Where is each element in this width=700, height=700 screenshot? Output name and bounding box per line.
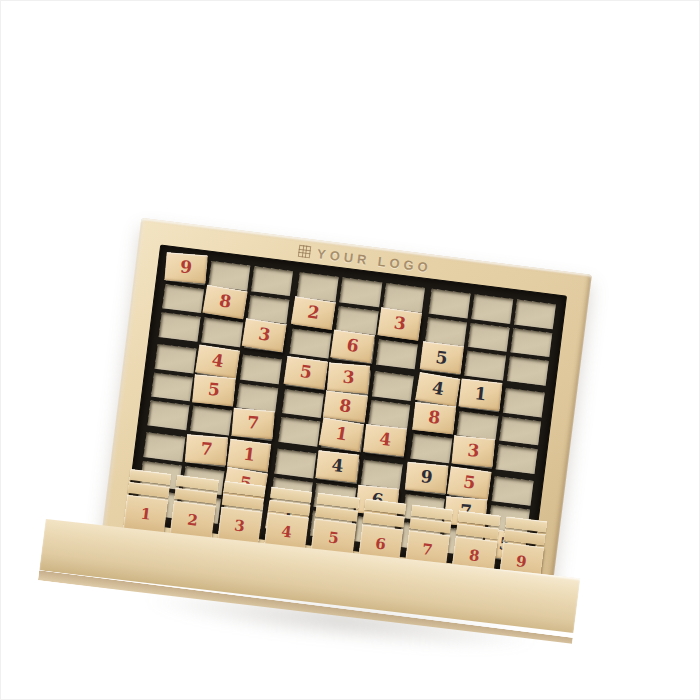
number-tile-3[interactable]: 3 xyxy=(242,319,287,353)
cell-r4c6[interactable] xyxy=(372,371,414,400)
number-tile-4[interactable]: 4 xyxy=(363,424,407,456)
cell-r3c1[interactable] xyxy=(159,312,201,341)
cell-r6c7[interactable] xyxy=(410,434,452,463)
cell-r4c4[interactable]: 5 xyxy=(286,360,328,389)
sudoku-box-3: 5 xyxy=(421,289,556,386)
number-tile-6[interactable]: 6 xyxy=(331,330,376,363)
cell-r2c4[interactable]: 2 xyxy=(294,301,336,330)
cell-r7c2[interactable]: 7 xyxy=(186,438,228,467)
cell-r1c1[interactable]: 9 xyxy=(166,256,208,285)
cell-r3c2[interactable] xyxy=(201,318,243,347)
number-tile-7[interactable]: 7 xyxy=(232,408,275,439)
cell-r3c3[interactable]: 3 xyxy=(244,323,286,352)
number-tile-1[interactable]: 1 xyxy=(458,379,502,411)
cell-r3c9[interactable] xyxy=(507,356,549,385)
number-tile-8[interactable]: 8 xyxy=(412,402,456,434)
cell-r6c3[interactable]: 7 xyxy=(233,412,275,441)
number-tile-2[interactable]: 2 xyxy=(291,296,336,330)
sudoku-box-2: 236 xyxy=(290,272,425,369)
cell-r5c1[interactable] xyxy=(151,372,193,401)
sudoku-box-1: 983 xyxy=(159,256,294,353)
cell-r7c5[interactable]: 4 xyxy=(318,454,360,483)
cell-r3c7[interactable]: 5 xyxy=(421,346,463,375)
mini-grid-logo-icon xyxy=(298,245,311,258)
cell-r4c3[interactable] xyxy=(240,355,282,384)
cell-r6c5[interactable]: 1 xyxy=(322,423,364,452)
cell-r5c9[interactable] xyxy=(499,416,541,445)
number-tile-7[interactable]: 7 xyxy=(185,434,228,465)
number-tile-5[interactable]: 5 xyxy=(447,466,492,499)
cell-r5c4[interactable] xyxy=(282,389,324,418)
cell-r3c6[interactable] xyxy=(376,340,418,369)
number-tile-1[interactable]: 1 xyxy=(227,439,271,472)
cell-r4c1[interactable] xyxy=(155,344,197,373)
cell-r2c6[interactable]: 3 xyxy=(379,311,421,340)
cell-r6c6[interactable]: 4 xyxy=(364,428,406,457)
number-tile-3[interactable]: 3 xyxy=(451,436,495,468)
cell-r2c8[interactable] xyxy=(468,323,510,352)
number-tile-4[interactable]: 4 xyxy=(316,450,360,482)
cell-r6c1[interactable] xyxy=(148,401,190,430)
number-tile-4[interactable]: 4 xyxy=(195,345,240,379)
number-tile-8[interactable]: 8 xyxy=(203,284,248,318)
number-tile-5[interactable]: 5 xyxy=(419,341,463,374)
cell-r7c7[interactable]: 9 xyxy=(406,465,448,494)
cell-r6c2[interactable] xyxy=(190,406,232,435)
cell-r1c5[interactable] xyxy=(340,278,382,307)
cell-r7c8[interactable]: 5 xyxy=(449,471,491,500)
cell-r3c8[interactable] xyxy=(464,351,506,380)
cell-r6c9[interactable] xyxy=(496,445,538,474)
cell-r2c9[interactable] xyxy=(510,328,552,357)
cell-r5c2[interactable]: 5 xyxy=(194,378,236,407)
cell-r7c4[interactable] xyxy=(275,449,317,478)
cell-r1c8[interactable] xyxy=(471,294,513,323)
number-tile-5[interactable]: 5 xyxy=(284,356,329,389)
sudoku-box-4: 457 xyxy=(148,344,283,441)
number-tile-9[interactable]: 9 xyxy=(164,252,207,283)
cell-r2c1[interactable] xyxy=(162,284,204,313)
cell-r3c4[interactable] xyxy=(290,329,332,358)
cell-r6c8[interactable]: 3 xyxy=(453,439,495,468)
cell-r4c9[interactable] xyxy=(503,388,545,417)
number-tile-4[interactable]: 4 xyxy=(415,372,460,406)
sudoku-box-5: 53814 xyxy=(279,360,414,457)
number-tile-1[interactable]: 1 xyxy=(319,418,364,452)
cell-r1c7[interactable] xyxy=(428,289,470,318)
cell-r6c4[interactable] xyxy=(279,417,321,446)
product-photo-scene: YOUR LOGO 98323654575381441837154619575 … xyxy=(0,0,700,700)
cell-r4c8[interactable]: 1 xyxy=(460,382,502,411)
cell-r2c2[interactable]: 8 xyxy=(205,289,247,318)
cell-r1c9[interactable] xyxy=(514,300,556,329)
sudoku-box-6: 4183 xyxy=(410,377,545,474)
cell-r7c9[interactable] xyxy=(492,476,534,505)
number-tile-5[interactable]: 5 xyxy=(192,374,236,406)
cell-r3c5[interactable]: 6 xyxy=(333,334,375,363)
number-tile-9[interactable]: 9 xyxy=(405,462,449,494)
number-tile-3[interactable]: 3 xyxy=(327,362,370,393)
cell-r1c3[interactable] xyxy=(251,266,293,295)
number-tile-3[interactable]: 3 xyxy=(377,307,422,340)
cell-r5c7[interactable]: 8 xyxy=(414,405,456,434)
cell-r7c1[interactable] xyxy=(144,432,186,461)
